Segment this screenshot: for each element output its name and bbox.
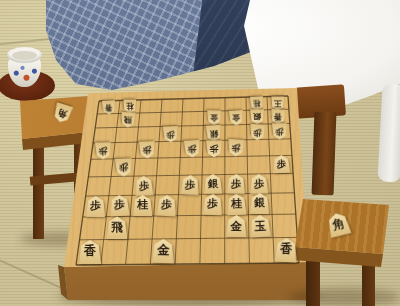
shogi-piece-桂-37: 桂 bbox=[226, 193, 246, 215]
shogi-piece-香-99: 香 bbox=[79, 240, 101, 264]
shogi-piece-歩-85: 歩 bbox=[115, 158, 133, 177]
shogi-piece-銀-27: 銀 bbox=[250, 193, 270, 214]
shogi-piece-飛-88: 飛 bbox=[107, 216, 128, 238]
shogi-piece-歩-34: 歩 bbox=[227, 139, 244, 157]
shogi-piece-歩-44: 歩 bbox=[206, 140, 222, 157]
shogi-piece-金-69: 金 bbox=[152, 239, 175, 264]
shogi-scene-photo: 香桂桂王飛金金銀香歩銀歩歩歩歩歩歩歩歩歩歩歩銀歩歩歩歩桂歩歩桂銀飛金玉香金香角角 bbox=[0, 0, 400, 306]
shogi-piece-歩-87: 歩 bbox=[109, 195, 129, 217]
hand-piece-white-bishop: 角 bbox=[51, 102, 73, 125]
shogi-piece-歩-76: 歩 bbox=[135, 175, 154, 196]
shogi-piece-銀-46: 銀 bbox=[204, 174, 223, 194]
shogi-piece-歩-94: 歩 bbox=[95, 142, 111, 160]
shogi-piece-桂-77: 桂 bbox=[133, 195, 152, 216]
shogi-piece-歩-56: 歩 bbox=[181, 174, 200, 195]
shogi-piece-銀-43: 銀 bbox=[206, 124, 222, 141]
shogi-piece-歩-97: 歩 bbox=[86, 195, 106, 216]
shogi-piece-金-38: 金 bbox=[226, 215, 247, 238]
shogi-piece-歩-13: 歩 bbox=[272, 123, 287, 140]
shogi-piece-金-42: 金 bbox=[207, 110, 221, 126]
shogi-piece-香-19: 香 bbox=[274, 237, 297, 262]
shogi-piece-銀-22: 銀 bbox=[250, 109, 264, 124]
shogi-piece-玉-28: 玉 bbox=[250, 214, 272, 237]
shogi-piece-歩-36: 歩 bbox=[227, 174, 246, 194]
shogi-piece-歩-23: 歩 bbox=[250, 123, 266, 140]
shogi-piece-歩-54: 歩 bbox=[183, 140, 200, 158]
shogi-piece-歩-15: 歩 bbox=[272, 155, 290, 174]
shogi-piece-金-32: 金 bbox=[228, 109, 243, 125]
hand-piece-black-bishop: 角 bbox=[325, 210, 351, 237]
shogi-piece-飛-82: 飛 bbox=[121, 112, 136, 128]
shogi-piece-香-91: 香 bbox=[102, 100, 116, 115]
shogi-piece-歩-63: 歩 bbox=[163, 125, 179, 142]
pieces-layer: 香桂桂王飛金金銀香歩銀歩歩歩歩歩歩歩歩歩歩歩銀歩歩歩歩桂歩歩桂銀飛金玉香金香角角 bbox=[0, 0, 400, 306]
shogi-piece-歩-47: 歩 bbox=[203, 194, 223, 216]
shogi-piece-歩-67: 歩 bbox=[156, 194, 176, 216]
shogi-piece-歩-26: 歩 bbox=[250, 173, 269, 193]
shogi-piece-歩-74: 歩 bbox=[139, 141, 156, 159]
